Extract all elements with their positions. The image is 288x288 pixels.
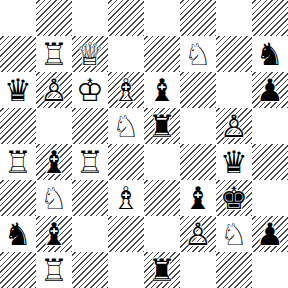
- square-a2[interactable]: ♞: [0, 216, 36, 252]
- square-e7[interactable]: [144, 36, 180, 72]
- white-knight: ♘: [220, 216, 248, 252]
- square-b5[interactable]: [36, 108, 72, 144]
- square-h3[interactable]: [252, 180, 288, 216]
- white-pawn: ♙: [184, 216, 212, 252]
- black-bishop: ♝: [40, 144, 68, 180]
- black-bishop: ♝: [184, 180, 212, 216]
- white-rook: ♖: [76, 144, 104, 180]
- square-c4[interactable]: ♖: [72, 144, 108, 180]
- black-bishop: ♝: [148, 72, 176, 108]
- square-f2[interactable]: ♙: [180, 216, 216, 252]
- white-rook: ♖: [40, 36, 68, 72]
- white-knight: ♘: [112, 108, 140, 144]
- square-b3[interactable]: ♘: [36, 180, 72, 216]
- square-e1[interactable]: ♜: [144, 252, 180, 288]
- square-f7[interactable]: ♘: [180, 36, 216, 72]
- square-h7[interactable]: ♞: [252, 36, 288, 72]
- black-rook: ♜: [148, 252, 176, 288]
- square-e2[interactable]: [144, 216, 180, 252]
- square-g1[interactable]: [216, 252, 252, 288]
- square-a7[interactable]: [0, 36, 36, 72]
- square-b1[interactable]: ♖: [36, 252, 72, 288]
- square-c3[interactable]: [72, 180, 108, 216]
- square-h6[interactable]: ♟: [252, 72, 288, 108]
- square-a6[interactable]: ♛: [0, 72, 36, 108]
- square-e5[interactable]: ♜: [144, 108, 180, 144]
- square-g7[interactable]: [216, 36, 252, 72]
- square-d1[interactable]: [108, 252, 144, 288]
- square-f3[interactable]: ♝: [180, 180, 216, 216]
- black-king: ♚: [220, 180, 248, 216]
- black-bishop: ♝: [40, 216, 68, 252]
- square-d4[interactable]: [108, 144, 144, 180]
- white-rook: ♖: [4, 144, 32, 180]
- square-e4[interactable]: [144, 144, 180, 180]
- black-knight: ♞: [256, 36, 284, 72]
- square-h1[interactable]: [252, 252, 288, 288]
- square-g5[interactable]: ♙: [216, 108, 252, 144]
- square-d5[interactable]: ♘: [108, 108, 144, 144]
- black-rook: ♜: [148, 108, 176, 144]
- square-a3[interactable]: [0, 180, 36, 216]
- square-a5[interactable]: [0, 108, 36, 144]
- square-d7[interactable]: [108, 36, 144, 72]
- black-queen: ♛: [220, 144, 248, 180]
- square-e3[interactable]: [144, 180, 180, 216]
- square-f1[interactable]: [180, 252, 216, 288]
- square-g6[interactable]: [216, 72, 252, 108]
- white-knight: ♘: [40, 180, 68, 216]
- square-b2[interactable]: ♝: [36, 216, 72, 252]
- square-a1[interactable]: [0, 252, 36, 288]
- square-g4[interactable]: ♛: [216, 144, 252, 180]
- white-queen: ♕: [76, 36, 104, 72]
- square-h5[interactable]: [252, 108, 288, 144]
- white-king: ♔: [76, 72, 104, 108]
- square-d2[interactable]: [108, 216, 144, 252]
- square-c7[interactable]: ♕: [72, 36, 108, 72]
- square-g2[interactable]: ♘: [216, 216, 252, 252]
- square-d8[interactable]: [108, 0, 144, 36]
- square-f6[interactable]: [180, 72, 216, 108]
- square-f8[interactable]: [180, 0, 216, 36]
- black-queen: ♛: [4, 72, 32, 108]
- square-c2[interactable]: [72, 216, 108, 252]
- square-e6[interactable]: ♝: [144, 72, 180, 108]
- white-bishop: ♗: [112, 72, 140, 108]
- black-knight: ♞: [4, 216, 32, 252]
- square-h4[interactable]: [252, 144, 288, 180]
- square-b4[interactable]: ♝: [36, 144, 72, 180]
- square-e8[interactable]: [144, 0, 180, 36]
- square-h8[interactable]: [252, 0, 288, 36]
- white-bishop: ♗: [112, 180, 140, 216]
- white-pawn: ♙: [220, 108, 248, 144]
- square-b7[interactable]: ♖: [36, 36, 72, 72]
- square-c1[interactable]: [72, 252, 108, 288]
- white-rook: ♖: [40, 252, 68, 288]
- square-c8[interactable]: [72, 0, 108, 36]
- white-knight: ♘: [184, 36, 212, 72]
- black-pawn: ♟: [256, 216, 284, 252]
- chess-board: ♖♕♘♞♛♙♔♗♝♟♘♜♙♖♝♖♛♘♗♝♚♞♝♙♘♟♖♜: [0, 0, 288, 288]
- square-d3[interactable]: ♗: [108, 180, 144, 216]
- black-pawn: ♟: [256, 72, 284, 108]
- square-a8[interactable]: [0, 0, 36, 36]
- square-f4[interactable]: [180, 144, 216, 180]
- square-c6[interactable]: ♔: [72, 72, 108, 108]
- square-b6[interactable]: ♙: [36, 72, 72, 108]
- white-pawn: ♙: [40, 72, 68, 108]
- square-g8[interactable]: [216, 0, 252, 36]
- square-b8[interactable]: [36, 0, 72, 36]
- square-h2[interactable]: ♟: [252, 216, 288, 252]
- square-f5[interactable]: [180, 108, 216, 144]
- square-g3[interactable]: ♚: [216, 180, 252, 216]
- square-c5[interactable]: [72, 108, 108, 144]
- square-a4[interactable]: ♖: [0, 144, 36, 180]
- square-d6[interactable]: ♗: [108, 72, 144, 108]
